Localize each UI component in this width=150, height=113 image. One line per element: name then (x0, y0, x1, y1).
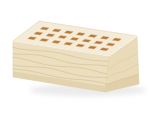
brick-photo (0, 0, 150, 113)
product-photo (0, 0, 150, 113)
